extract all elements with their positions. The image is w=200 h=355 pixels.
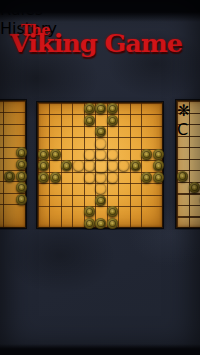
attacker-piece[interactable] — [130, 160, 141, 171]
bottom-black-bar — [0, 344, 200, 355]
defender-piece[interactable] — [73, 160, 84, 171]
attacker-piece[interactable] — [38, 149, 49, 160]
ornate-king-icon: ❋ — [177, 101, 200, 120]
attacker-piece[interactable] — [16, 159, 27, 170]
board-right-partial[interactable]: ❋ C — [176, 100, 200, 228]
defender-piece[interactable] — [84, 149, 95, 160]
attacker-piece[interactable] — [50, 149, 61, 160]
board-center-hnefatafl[interactable] — [37, 102, 163, 228]
board-left-partial[interactable] — [0, 100, 26, 228]
defender-piece[interactable] — [107, 149, 118, 160]
attacker-piece[interactable] — [61, 160, 72, 171]
defender-piece[interactable] — [107, 160, 118, 171]
attacker-piece[interactable] — [38, 172, 49, 183]
attacker-piece[interactable] — [177, 171, 188, 182]
attacker-piece[interactable] — [153, 172, 164, 183]
defender-piece[interactable] — [95, 138, 106, 149]
attacker-piece[interactable] — [141, 149, 152, 160]
attacker-piece[interactable] — [107, 103, 118, 114]
defender-piece[interactable] — [107, 172, 118, 183]
attacker-piece[interactable] — [84, 218, 95, 229]
attacker-piece[interactable] — [95, 218, 106, 229]
app-screen: The Viking Game ❋ C Rules History — [0, 0, 200, 355]
attacker-piece[interactable] — [84, 206, 95, 217]
title-main: Viking Game — [10, 29, 200, 58]
attacker-piece[interactable] — [95, 103, 106, 114]
attacker-piece[interactable] — [16, 194, 27, 205]
defender-piece[interactable] — [84, 172, 95, 183]
defender-piece[interactable] — [118, 160, 129, 171]
attacker-piece[interactable] — [95, 126, 106, 137]
attacker-piece[interactable] — [107, 206, 118, 217]
attacker-piece[interactable] — [84, 103, 95, 114]
red-script-letter: C — [177, 120, 200, 139]
attacker-piece[interactable] — [153, 149, 164, 160]
defender-piece[interactable] — [95, 172, 106, 183]
defender-piece[interactable] — [95, 183, 106, 194]
board-carousel[interactable]: ❋ C — [0, 97, 200, 230]
king-piece[interactable] — [94, 159, 108, 173]
attacker-piece[interactable] — [4, 171, 15, 182]
attacker-piece[interactable] — [189, 182, 200, 193]
attacker-piece[interactable] — [50, 172, 61, 183]
attacker-piece[interactable] — [16, 182, 27, 193]
attacker-piece[interactable] — [153, 160, 164, 171]
ornate-glyph: ❋ — [177, 101, 190, 120]
attacker-piece[interactable] — [107, 218, 118, 229]
attacker-piece[interactable] — [16, 171, 27, 182]
attacker-piece[interactable] — [16, 147, 27, 158]
attacker-piece[interactable] — [141, 172, 152, 183]
attacker-piece[interactable] — [107, 115, 118, 126]
app-title: The Viking Game — [0, 18, 200, 66]
attacker-piece[interactable] — [38, 160, 49, 171]
attacker-piece[interactable] — [95, 195, 106, 206]
attacker-piece[interactable] — [84, 115, 95, 126]
